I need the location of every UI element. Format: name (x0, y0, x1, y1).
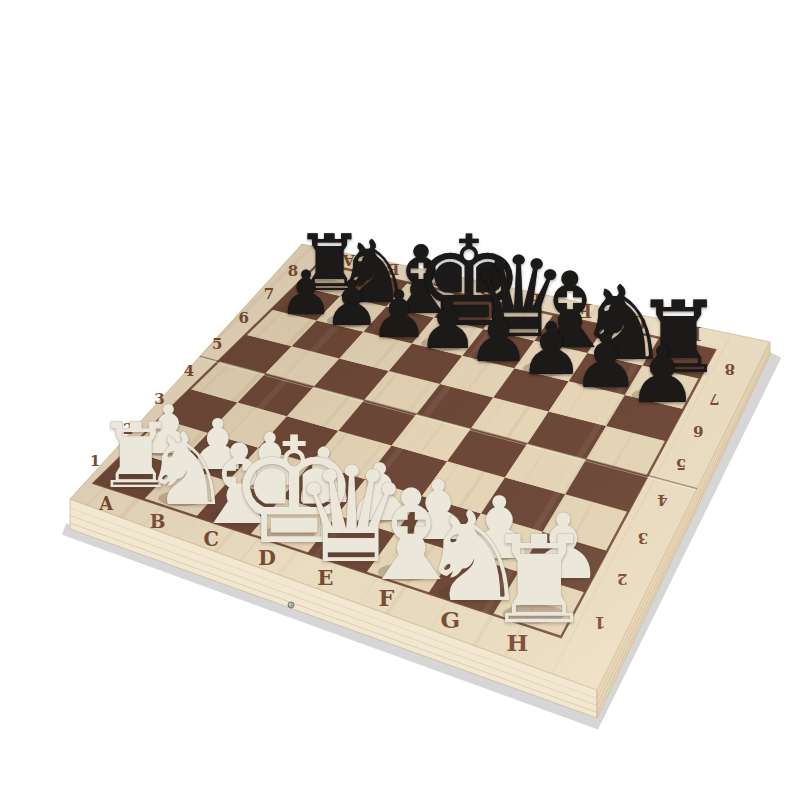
rank-label-nw-1: 1 (90, 452, 101, 470)
chess-set-photo: 11AA22BB33CC44DD55EE66FF77GG88HH ♜♞♝♚♛♝♞… (0, 0, 800, 800)
hinge-screw (288, 602, 294, 608)
hinge-screw-highlight (289, 603, 291, 605)
chess-board: 11AA22BB33CC44DD55EE66FF77GG88HH (0, 0, 800, 800)
